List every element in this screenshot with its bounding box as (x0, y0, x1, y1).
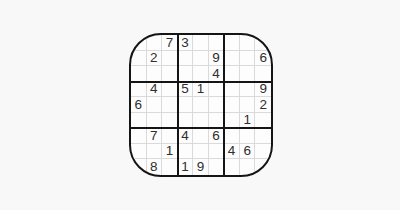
sudoku-cell-r2c9: 6 (255, 51, 271, 67)
sudoku-cell-r6c9 (255, 113, 271, 129)
sudoku-cell-r6c7 (224, 113, 240, 129)
sudoku-cell-r6c8: 1 (240, 113, 256, 129)
sudoku-cell-r4c7 (224, 82, 240, 98)
sudoku-cell-r1c4: 3 (178, 35, 194, 51)
sudoku-board: 7329644519621746146819 (131, 35, 271, 175)
sudoku-cell-r7c2: 7 (147, 128, 163, 144)
sudoku-cell-r7c3 (162, 128, 178, 144)
sudoku-cell-r9c3 (162, 159, 178, 175)
sudoku-cell-r3c5 (193, 66, 209, 82)
sudoku-cell-r8c6 (209, 144, 225, 160)
sudoku-cell-r8c1 (131, 144, 147, 160)
sudoku-cell-r6c4 (178, 113, 194, 129)
sudoku-cell-r3c2 (147, 66, 163, 82)
sudoku-cell-r7c6: 6 (209, 128, 225, 144)
sudoku-cell-r9c9 (255, 159, 271, 175)
sudoku-cell-r7c1 (131, 128, 147, 144)
sudoku-cell-r5c6 (209, 97, 225, 113)
sudoku-cell-r1c5 (193, 35, 209, 51)
sudoku-app-icon[interactable]: 7329644519621746146819 (129, 33, 273, 177)
sudoku-cell-r5c4 (178, 97, 194, 113)
sudoku-cell-r1c1 (131, 35, 147, 51)
box-divider-vertical-1 (177, 35, 179, 175)
sudoku-cell-r6c5 (193, 113, 209, 129)
sudoku-cell-r6c1 (131, 113, 147, 129)
sudoku-cell-r7c9 (255, 128, 271, 144)
sudoku-cell-r4c1 (131, 82, 147, 98)
sudoku-cell-r3c1 (131, 66, 147, 82)
sudoku-cell-r8c9 (255, 144, 271, 160)
sudoku-cell-r5c8 (240, 97, 256, 113)
sudoku-cell-r2c3 (162, 51, 178, 67)
sudoku-cell-r9c4: 1 (178, 159, 194, 175)
sudoku-cell-r1c6 (209, 35, 225, 51)
box-divider-vertical-2 (223, 35, 225, 175)
sudoku-cell-r5c1: 6 (131, 97, 147, 113)
sudoku-cell-r1c8 (240, 35, 256, 51)
sudoku-cell-r2c6: 9 (209, 51, 225, 67)
sudoku-cell-r5c3 (162, 97, 178, 113)
sudoku-cell-r5c5 (193, 97, 209, 113)
sudoku-cell-r6c3 (162, 113, 178, 129)
sudoku-cell-r2c7 (224, 51, 240, 67)
sudoku-cell-r7c8 (240, 128, 256, 144)
sudoku-cell-r6c6 (209, 113, 225, 129)
sudoku-cell-r4c5: 1 (193, 82, 209, 98)
sudoku-cell-r9c2: 8 (147, 159, 163, 175)
sudoku-cell-r3c7 (224, 66, 240, 82)
sudoku-cell-r9c5: 9 (193, 159, 209, 175)
sudoku-cell-r3c3 (162, 66, 178, 82)
page-background: 7329644519621746146819 (0, 0, 400, 210)
sudoku-cell-r3c9 (255, 66, 271, 82)
sudoku-cell-r5c7 (224, 97, 240, 113)
sudoku-cell-r9c6 (209, 159, 225, 175)
sudoku-cell-r8c5 (193, 144, 209, 160)
sudoku-cell-r7c7 (224, 128, 240, 144)
sudoku-cell-r4c6 (209, 82, 225, 98)
sudoku-cell-r5c2 (147, 97, 163, 113)
sudoku-cell-r9c7 (224, 159, 240, 175)
sudoku-cell-r7c4: 4 (178, 128, 194, 144)
sudoku-cell-r3c4 (178, 66, 194, 82)
sudoku-cell-r1c2 (147, 35, 163, 51)
sudoku-cell-r4c8 (240, 82, 256, 98)
sudoku-cell-r9c8 (240, 159, 256, 175)
sudoku-cell-r4c2: 4 (147, 82, 163, 98)
sudoku-cell-r2c2: 2 (147, 51, 163, 67)
sudoku-cell-r1c3: 7 (162, 35, 178, 51)
sudoku-cell-r4c9: 9 (255, 82, 271, 98)
sudoku-cell-r1c7 (224, 35, 240, 51)
sudoku-cell-r2c8 (240, 51, 256, 67)
sudoku-cell-r3c6: 4 (209, 66, 225, 82)
sudoku-cell-r8c8: 6 (240, 144, 256, 160)
sudoku-cell-r3c8 (240, 66, 256, 82)
sudoku-cell-r1c9 (255, 35, 271, 51)
sudoku-cell-r4c4: 5 (178, 82, 194, 98)
sudoku-cell-r2c5 (193, 51, 209, 67)
sudoku-cell-r8c2 (147, 144, 163, 160)
sudoku-cell-r9c1 (131, 159, 147, 175)
sudoku-cell-r5c9: 2 (255, 97, 271, 113)
sudoku-cell-r8c4 (178, 144, 194, 160)
box-divider-horizontal-2 (131, 127, 271, 129)
sudoku-cell-r2c4 (178, 51, 194, 67)
sudoku-cell-r7c5 (193, 128, 209, 144)
sudoku-cell-r8c3: 1 (162, 144, 178, 160)
sudoku-cell-r4c3 (162, 82, 178, 98)
box-divider-horizontal-1 (131, 81, 271, 83)
sudoku-cell-r6c2 (147, 113, 163, 129)
sudoku-cell-r8c7: 4 (224, 144, 240, 160)
sudoku-cell-r2c1 (131, 51, 147, 67)
